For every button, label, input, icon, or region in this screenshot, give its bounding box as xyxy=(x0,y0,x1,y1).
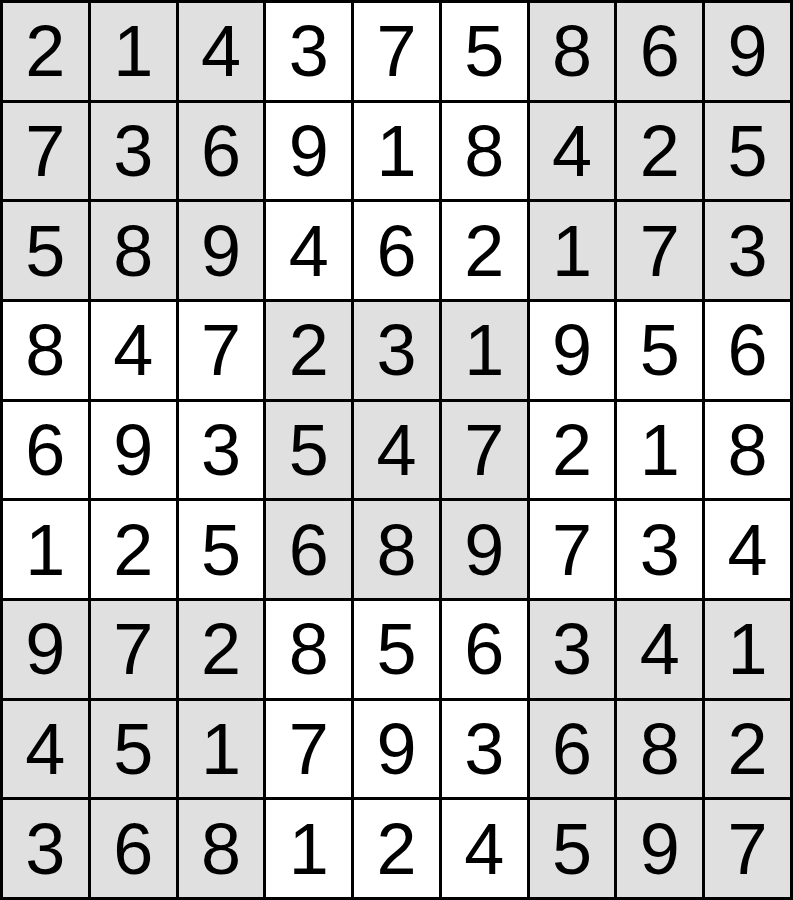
cell-r7c8: 4 xyxy=(617,601,702,698)
cell-r8c7: 6 xyxy=(530,701,615,798)
cell-r5c5: 4 xyxy=(354,402,439,499)
cell-r2c1: 7 xyxy=(3,103,88,200)
cell-r1c9: 9 xyxy=(705,3,790,100)
cell-r4c8: 5 xyxy=(617,302,702,399)
cell-r3c3: 9 xyxy=(179,202,264,299)
cell-r8c6: 3 xyxy=(442,701,527,798)
cell-r1c3: 4 xyxy=(179,3,264,100)
cell-r6c8: 3 xyxy=(617,501,702,598)
cell-r7c2: 7 xyxy=(91,601,176,698)
cell-r5c7: 2 xyxy=(530,402,615,499)
cell-r8c5: 9 xyxy=(354,701,439,798)
sudoku-board: 2143758697369184255894621738472319566935… xyxy=(0,0,793,900)
cell-r7c9: 1 xyxy=(705,601,790,698)
cell-r2c7: 4 xyxy=(530,103,615,200)
cell-r4c9: 6 xyxy=(705,302,790,399)
cell-r9c8: 9 xyxy=(617,800,702,897)
cell-r4c7: 9 xyxy=(530,302,615,399)
cell-r2c2: 3 xyxy=(91,103,176,200)
cell-r3c2: 8 xyxy=(91,202,176,299)
cell-r7c5: 5 xyxy=(354,601,439,698)
cell-r7c1: 9 xyxy=(3,601,88,698)
cell-r8c2: 5 xyxy=(91,701,176,798)
cell-r9c7: 5 xyxy=(530,800,615,897)
cell-r9c1: 3 xyxy=(3,800,88,897)
cell-r9c3: 8 xyxy=(179,800,264,897)
cell-r7c4: 8 xyxy=(266,601,351,698)
cell-r7c6: 6 xyxy=(442,601,527,698)
cell-r2c8: 2 xyxy=(617,103,702,200)
cell-r8c8: 8 xyxy=(617,701,702,798)
cell-r8c4: 7 xyxy=(266,701,351,798)
cell-r1c1: 2 xyxy=(3,3,88,100)
cell-r1c6: 5 xyxy=(442,3,527,100)
cell-r3c6: 2 xyxy=(442,202,527,299)
cell-r4c6: 1 xyxy=(442,302,527,399)
cell-r4c3: 7 xyxy=(179,302,264,399)
cell-r5c4: 5 xyxy=(266,402,351,499)
cell-r2c5: 1 xyxy=(354,103,439,200)
cell-r4c1: 8 xyxy=(3,302,88,399)
cell-r4c2: 4 xyxy=(91,302,176,399)
cell-r6c2: 2 xyxy=(91,501,176,598)
cell-r2c6: 8 xyxy=(442,103,527,200)
cell-r3c4: 4 xyxy=(266,202,351,299)
cell-r2c4: 9 xyxy=(266,103,351,200)
cell-r9c4: 1 xyxy=(266,800,351,897)
cell-r6c3: 5 xyxy=(179,501,264,598)
cell-r1c4: 3 xyxy=(266,3,351,100)
cell-r1c7: 8 xyxy=(530,3,615,100)
cell-r9c5: 2 xyxy=(354,800,439,897)
cell-r4c5: 3 xyxy=(354,302,439,399)
cell-r7c3: 2 xyxy=(179,601,264,698)
cell-r9c9: 7 xyxy=(705,800,790,897)
cell-r6c5: 8 xyxy=(354,501,439,598)
cell-r9c6: 4 xyxy=(442,800,527,897)
cell-r3c1: 5 xyxy=(3,202,88,299)
cell-r4c4: 2 xyxy=(266,302,351,399)
cell-r2c9: 5 xyxy=(705,103,790,200)
cell-r1c5: 7 xyxy=(354,3,439,100)
cell-r1c2: 1 xyxy=(91,3,176,100)
cell-r1c8: 6 xyxy=(617,3,702,100)
cell-r8c9: 2 xyxy=(705,701,790,798)
cell-r8c1: 4 xyxy=(3,701,88,798)
cell-r5c3: 3 xyxy=(179,402,264,499)
cell-r6c1: 1 xyxy=(3,501,88,598)
cell-r5c9: 8 xyxy=(705,402,790,499)
cell-r6c7: 7 xyxy=(530,501,615,598)
cell-r5c6: 7 xyxy=(442,402,527,499)
cell-r5c1: 6 xyxy=(3,402,88,499)
cell-r6c9: 4 xyxy=(705,501,790,598)
cell-r7c7: 3 xyxy=(530,601,615,698)
cell-r6c4: 6 xyxy=(266,501,351,598)
cell-r3c8: 7 xyxy=(617,202,702,299)
cell-r6c6: 9 xyxy=(442,501,527,598)
cell-r8c3: 1 xyxy=(179,701,264,798)
cell-r5c8: 1 xyxy=(617,402,702,499)
cell-r3c7: 1 xyxy=(530,202,615,299)
cell-r2c3: 6 xyxy=(179,103,264,200)
cell-r5c2: 9 xyxy=(91,402,176,499)
cell-r9c2: 6 xyxy=(91,800,176,897)
cell-r3c5: 6 xyxy=(354,202,439,299)
cell-r3c9: 3 xyxy=(705,202,790,299)
